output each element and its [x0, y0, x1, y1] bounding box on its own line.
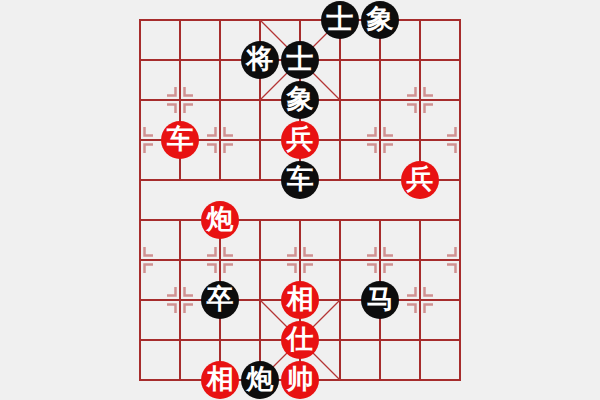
pieces-grid: 士象将士象车兵车兵炮卒相马仕相炮帅: [120, 0, 480, 400]
piece-black-soldier[interactable]: 卒: [201, 281, 239, 319]
piece-red-cannon[interactable]: 炮: [201, 201, 239, 239]
piece-black-elephant[interactable]: 象: [361, 1, 399, 39]
piece-red-elephant[interactable]: 相: [201, 361, 239, 399]
piece-black-cannon[interactable]: 炮: [241, 361, 279, 399]
piece-red-chariot[interactable]: 车: [161, 121, 199, 159]
xiangqi-screen: 士象将士象车兵车兵炮卒相马仕相炮帅: [0, 0, 600, 400]
piece-red-general[interactable]: 帅: [281, 361, 319, 399]
piece-black-advisor[interactable]: 士: [281, 41, 319, 79]
piece-black-horse[interactable]: 马: [361, 281, 399, 319]
piece-red-elephant[interactable]: 相: [281, 281, 319, 319]
piece-black-advisor[interactable]: 士: [321, 1, 359, 39]
piece-red-advisor[interactable]: 仕: [281, 321, 319, 359]
piece-black-chariot[interactable]: 车: [281, 161, 319, 199]
piece-red-soldier[interactable]: 兵: [281, 121, 319, 159]
xiangqi-board: 士象将士象车兵车兵炮卒相马仕相炮帅: [0, 0, 600, 400]
piece-red-soldier[interactable]: 兵: [401, 161, 439, 199]
piece-black-elephant[interactable]: 象: [281, 81, 319, 119]
piece-black-general[interactable]: 将: [241, 41, 279, 79]
